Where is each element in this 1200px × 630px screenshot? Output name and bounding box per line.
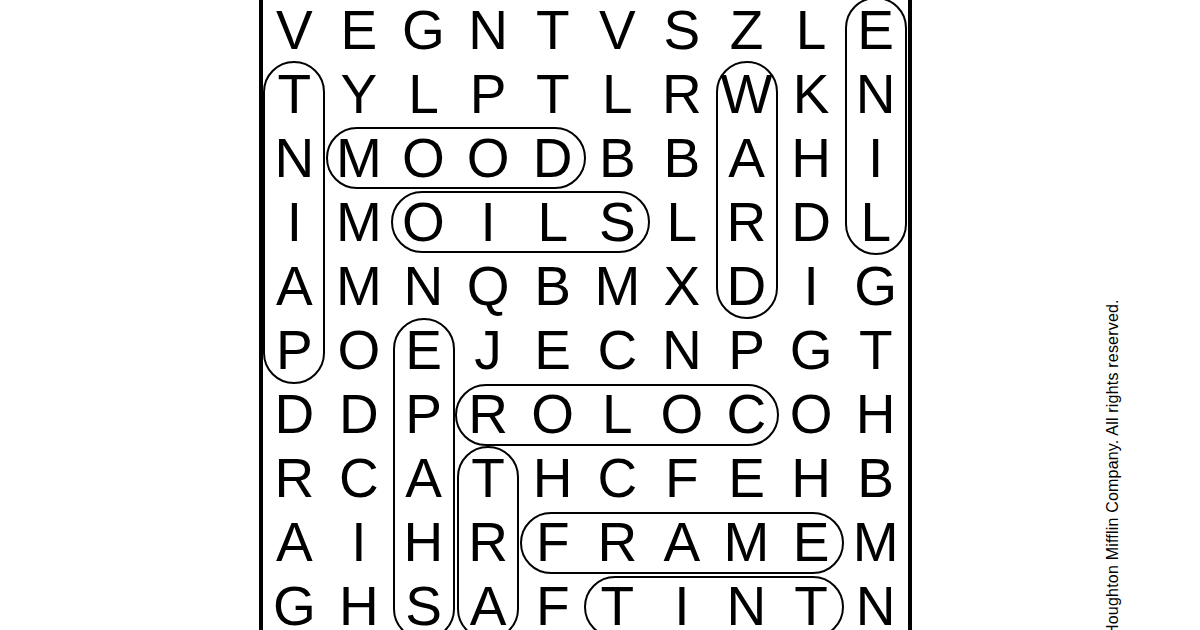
found-word-markers [0, 0, 1200, 630]
found-word-oval-tint [584, 576, 844, 630]
found-word-oval-shape [393, 318, 455, 630]
found-word-oval-paint [263, 61, 325, 383]
found-word-oval-draw [716, 61, 778, 319]
found-word-oval-art [457, 446, 519, 630]
found-word-oval-frame [520, 512, 844, 574]
found-word-oval-color [455, 384, 779, 446]
found-word-oval-oils [391, 191, 651, 253]
found-word-oval-line [845, 0, 907, 255]
copyright-text: Houghton Mifflin Company. All rights res… [1104, 299, 1122, 630]
found-word-oval-mood [326, 127, 586, 189]
